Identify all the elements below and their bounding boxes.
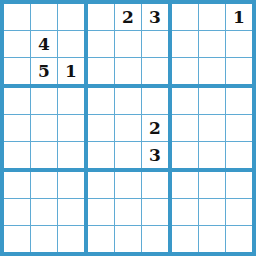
box-4 bbox=[4, 88, 84, 168]
box-1: 451 bbox=[4, 4, 84, 84]
box-6 bbox=[172, 88, 252, 168]
cell-r3c4[interactable] bbox=[88, 58, 114, 84]
cell-r5c7[interactable] bbox=[172, 115, 198, 141]
cell-r9c9[interactable] bbox=[226, 226, 252, 252]
cell-r6c3[interactable] bbox=[58, 142, 84, 168]
cell-r5c5[interactable] bbox=[115, 115, 141, 141]
cell-r7c9[interactable] bbox=[226, 172, 252, 198]
cell-r8c1[interactable] bbox=[4, 199, 30, 225]
cell-r1c8[interactable] bbox=[199, 4, 225, 30]
cell-r5c2[interactable] bbox=[31, 115, 57, 141]
box-5: 23 bbox=[88, 88, 168, 168]
cell-r7c4[interactable] bbox=[88, 172, 114, 198]
cell-r7c2[interactable] bbox=[31, 172, 57, 198]
cell-r2c3[interactable] bbox=[58, 31, 84, 57]
cell-r6c1[interactable] bbox=[4, 142, 30, 168]
cell-r6c5[interactable] bbox=[115, 142, 141, 168]
cell-r3c8[interactable] bbox=[199, 58, 225, 84]
cell-r1c9[interactable]: 1 bbox=[226, 4, 252, 30]
cell-r9c7[interactable] bbox=[172, 226, 198, 252]
cell-r1c5[interactable]: 2 bbox=[115, 4, 141, 30]
sudoku-board: 45123123 bbox=[0, 0, 256, 256]
box-2: 23 bbox=[88, 4, 168, 84]
cell-r8c4[interactable] bbox=[88, 199, 114, 225]
cell-r4c8[interactable] bbox=[199, 88, 225, 114]
cell-r1c7[interactable] bbox=[172, 4, 198, 30]
cell-r6c9[interactable] bbox=[226, 142, 252, 168]
cell-r4c3[interactable] bbox=[58, 88, 84, 114]
cell-r9c3[interactable] bbox=[58, 226, 84, 252]
cell-r3c9[interactable] bbox=[226, 58, 252, 84]
cell-r4c5[interactable] bbox=[115, 88, 141, 114]
cell-r7c8[interactable] bbox=[199, 172, 225, 198]
box-9 bbox=[172, 172, 252, 252]
cell-r1c4[interactable] bbox=[88, 4, 114, 30]
cell-r8c8[interactable] bbox=[199, 199, 225, 225]
cell-r2c9[interactable] bbox=[226, 31, 252, 57]
cell-r2c7[interactable] bbox=[172, 31, 198, 57]
cell-r9c8[interactable] bbox=[199, 226, 225, 252]
cell-r6c6[interactable]: 3 bbox=[142, 142, 168, 168]
cell-r5c4[interactable] bbox=[88, 115, 114, 141]
cell-r6c8[interactable] bbox=[199, 142, 225, 168]
cell-r3c1[interactable] bbox=[4, 58, 30, 84]
cell-r2c5[interactable] bbox=[115, 31, 141, 57]
cell-r6c2[interactable] bbox=[31, 142, 57, 168]
cell-r2c1[interactable] bbox=[4, 31, 30, 57]
cell-r1c3[interactable] bbox=[58, 4, 84, 30]
cell-r5c1[interactable] bbox=[4, 115, 30, 141]
cell-r3c6[interactable] bbox=[142, 58, 168, 84]
cell-r1c6[interactable]: 3 bbox=[142, 4, 168, 30]
cell-r4c1[interactable] bbox=[4, 88, 30, 114]
cell-r4c2[interactable] bbox=[31, 88, 57, 114]
cell-r5c3[interactable] bbox=[58, 115, 84, 141]
cell-r2c6[interactable] bbox=[142, 31, 168, 57]
cell-r3c3[interactable]: 1 bbox=[58, 58, 84, 84]
cell-r1c1[interactable] bbox=[4, 4, 30, 30]
cell-r5c6[interactable]: 2 bbox=[142, 115, 168, 141]
cell-r4c9[interactable] bbox=[226, 88, 252, 114]
cell-r7c5[interactable] bbox=[115, 172, 141, 198]
box-7 bbox=[4, 172, 84, 252]
cell-r4c7[interactable] bbox=[172, 88, 198, 114]
cell-r6c4[interactable] bbox=[88, 142, 114, 168]
cell-r2c2[interactable]: 4 bbox=[31, 31, 57, 57]
cell-r8c5[interactable] bbox=[115, 199, 141, 225]
cell-r3c5[interactable] bbox=[115, 58, 141, 84]
cell-r7c3[interactable] bbox=[58, 172, 84, 198]
cell-r5c9[interactable] bbox=[226, 115, 252, 141]
cell-r9c5[interactable] bbox=[115, 226, 141, 252]
box-8 bbox=[88, 172, 168, 252]
cell-r1c2[interactable] bbox=[31, 4, 57, 30]
cell-r4c4[interactable] bbox=[88, 88, 114, 114]
cell-r8c7[interactable] bbox=[172, 199, 198, 225]
cell-r4c6[interactable] bbox=[142, 88, 168, 114]
box-3: 1 bbox=[172, 4, 252, 84]
cell-r8c9[interactable] bbox=[226, 199, 252, 225]
cell-r6c7[interactable] bbox=[172, 142, 198, 168]
cell-r8c3[interactable] bbox=[58, 199, 84, 225]
cell-r9c1[interactable] bbox=[4, 226, 30, 252]
cell-r2c8[interactable] bbox=[199, 31, 225, 57]
cell-r8c6[interactable] bbox=[142, 199, 168, 225]
cell-r9c6[interactable] bbox=[142, 226, 168, 252]
cell-r3c7[interactable] bbox=[172, 58, 198, 84]
cell-r7c7[interactable] bbox=[172, 172, 198, 198]
cell-r7c1[interactable] bbox=[4, 172, 30, 198]
cell-r7c6[interactable] bbox=[142, 172, 168, 198]
cell-r3c2[interactable]: 5 bbox=[31, 58, 57, 84]
cell-r9c2[interactable] bbox=[31, 226, 57, 252]
cell-r9c4[interactable] bbox=[88, 226, 114, 252]
cell-r2c4[interactable] bbox=[88, 31, 114, 57]
cell-r8c2[interactable] bbox=[31, 199, 57, 225]
cell-r5c8[interactable] bbox=[199, 115, 225, 141]
